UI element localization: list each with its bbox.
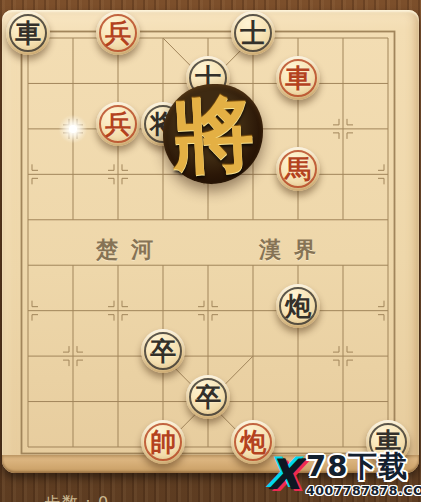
piece-red-帥[interactable]: 帥: [141, 420, 185, 464]
piece-black-車[interactable]: 車: [6, 11, 50, 55]
xiangqi-app-screen: 楚河 漢界 車兵士士車兵将馬炮卒卒帥炮車 將 步数：0 X 78下载 40077…: [0, 0, 421, 502]
check-badge-text: 將: [170, 91, 256, 177]
piece-char: 炮: [285, 293, 311, 319]
piece-char: 炮: [240, 429, 266, 455]
piece-black-卒[interactable]: 卒: [186, 375, 230, 419]
piece-black-卒[interactable]: 卒: [141, 329, 185, 373]
piece-red-馬[interactable]: 馬: [276, 147, 320, 191]
check-announcement-badge: 將: [163, 84, 263, 184]
piece-char: 車: [15, 20, 41, 46]
piece-red-兵[interactable]: 兵: [96, 102, 140, 146]
piece-char: 帥: [150, 429, 176, 455]
piece-char: 卒: [150, 338, 176, 364]
piece-char: 士: [240, 20, 266, 46]
watermark-phone: 4007787878.COM: [306, 485, 421, 498]
river-label-chu-he: 楚河: [96, 235, 166, 265]
piece-black-士[interactable]: 士: [231, 11, 275, 55]
piece-char: 馬: [285, 156, 311, 182]
piece-char: 兵: [105, 20, 131, 46]
move-origin-glow: [59, 115, 87, 143]
piece-black-炮[interactable]: 炮: [276, 284, 320, 328]
watermark-title: 78下载: [306, 452, 408, 481]
watermark: X 78下载 4007787878.COM: [266, 458, 420, 502]
watermark-x-logo: X: [268, 454, 300, 496]
piece-char: 車: [285, 65, 311, 91]
piece-char: 卒: [195, 384, 221, 410]
river-label-han-jie: 漢界: [259, 235, 329, 265]
piece-char: 兵: [105, 111, 131, 137]
move-counter-label: 步数：0: [44, 493, 110, 502]
piece-red-兵[interactable]: 兵: [96, 11, 140, 55]
